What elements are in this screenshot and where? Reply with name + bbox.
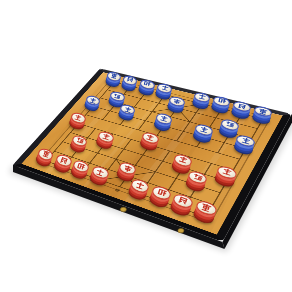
product-photo-stage bbox=[0, 0, 292, 292]
